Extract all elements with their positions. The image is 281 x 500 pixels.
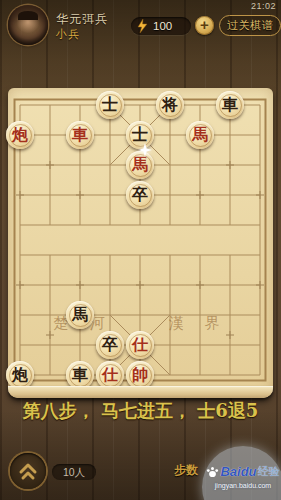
piece-glyph: 炮 (12, 127, 28, 143)
piece-glyph: 車 (72, 367, 88, 383)
energy-value: 100 (153, 20, 172, 32)
watermark-suffix: 经验 (258, 464, 280, 479)
xiangqi-board[interactable]: 楚 河 漢 界 士将車炮車士馬馬卒馬卒仕炮車仕帥 (8, 88, 273, 398)
piece-red-advisor[interactable]: 仕 (96, 361, 124, 389)
piece-red-horse[interactable]: 馬 (186, 121, 214, 149)
piece-black-cannon[interactable]: 炮 (6, 361, 34, 389)
piece-glyph: 仕 (132, 337, 148, 353)
stage-manual-button[interactable]: 过关棋谱 (219, 15, 281, 36)
app-screen: 21:02 华元弭兵 小兵 100 + 过关棋谱 (0, 0, 281, 500)
baidu-logo: Baidu 经验 (202, 464, 281, 479)
piece-glyph: 士 (102, 97, 118, 113)
piece-glyph: 将 (162, 97, 178, 113)
piece-glyph: 馬 (132, 157, 148, 173)
move-annotation: 第八步， 马七进五， 士6退5 (0, 399, 281, 423)
piece-glyph: 馬 (192, 127, 208, 143)
lightning-icon (137, 19, 148, 33)
players-count-badge: 10人 (52, 464, 96, 480)
piece-glyph: 士 (132, 127, 148, 143)
piece-glyph: 卒 (132, 187, 148, 203)
piece-red-general[interactable]: 帥 (126, 361, 154, 389)
piece-black-horse[interactable]: 馬 (66, 301, 94, 329)
chevron-up-icon (18, 462, 38, 481)
piece-red-advisor[interactable]: 仕 (126, 331, 154, 359)
piece-black-chariot[interactable]: 車 (216, 91, 244, 119)
baidu-watermark: Baidu 经验 jingyan.baidu.com (202, 446, 281, 500)
piece-glyph: 帥 (132, 367, 148, 383)
piece-black-chariot[interactable]: 車 (66, 361, 94, 389)
expand-button[interactable] (10, 453, 46, 489)
paw-icon (206, 466, 219, 478)
piece-glyph: 馬 (72, 307, 88, 323)
piece-black-advisor[interactable]: 士 (96, 91, 124, 119)
piece-glyph: 仕 (102, 367, 118, 383)
add-energy-button[interactable]: + (195, 16, 214, 35)
board-edge (8, 386, 273, 398)
piece-glyph: 車 (72, 127, 88, 143)
piece-glyph: 炮 (12, 367, 28, 383)
piece-glyph: 卒 (102, 337, 118, 353)
status-clock: 21:02 (251, 1, 276, 11)
player-name: 华元弭兵 (56, 11, 108, 28)
piece-red-cannon[interactable]: 炮 (6, 121, 34, 149)
energy-counter: 100 (131, 17, 191, 35)
watermark-url: jingyan.baidu.com (202, 482, 281, 489)
piece-red-chariot[interactable]: 車 (66, 121, 94, 149)
player-rank: 小兵 (56, 27, 80, 42)
watermark-brand: Baidu (220, 464, 256, 479)
piece-glyph: 車 (222, 97, 238, 113)
piece-black-soldier[interactable]: 卒 (96, 331, 124, 359)
player-avatar[interactable] (8, 5, 48, 45)
steps-label: 步数 (174, 462, 198, 479)
river-label-han: 漢 界 (153, 314, 243, 333)
piece-black-general[interactable]: 将 (156, 91, 184, 119)
piece-black-soldier[interactable]: 卒 (126, 181, 154, 209)
last-move-sparkle (138, 143, 152, 157)
